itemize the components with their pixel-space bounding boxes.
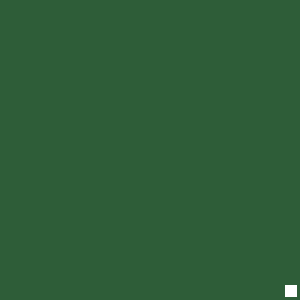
white-to-move-indicator [285, 285, 297, 297]
chess-board [18, 18, 282, 282]
chessboard-app [0, 0, 300, 300]
